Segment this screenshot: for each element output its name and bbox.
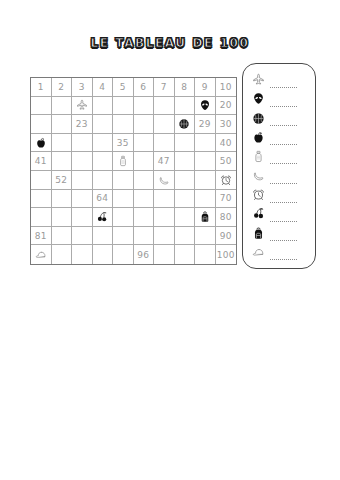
legend-item-alarm-clock: [252, 186, 311, 203]
cell-number: 64: [96, 193, 108, 203]
grid-cell-48: [175, 152, 196, 171]
grid-cell-7: 7: [154, 78, 175, 97]
cell-number: 47: [158, 156, 170, 166]
grid-cell-8: 8: [175, 78, 196, 97]
answer-blank-basketball[interactable]: [270, 116, 297, 126]
cell-number: 3: [79, 82, 85, 92]
grid-cell-51: [31, 171, 52, 190]
grid-cell-31: [31, 134, 52, 153]
grid-cell-6: 6: [134, 78, 155, 97]
legend-item-bottle: [252, 148, 311, 165]
grid-cell-18: [175, 97, 196, 116]
cell-number: 52: [55, 175, 67, 185]
legend-item-airplane: [252, 71, 311, 88]
grid-cell-60: [216, 171, 237, 190]
grid-cell-57: [154, 171, 175, 190]
grid-cell-61: [31, 190, 52, 209]
backpack-icon: [252, 227, 265, 240]
cell-number: 41: [35, 156, 47, 166]
grid-cell-2: 2: [52, 78, 73, 97]
backpack-icon: [199, 211, 211, 223]
grid-cell-77: [154, 208, 175, 227]
cell-number: 1: [38, 82, 44, 92]
grid-cell-62: [52, 190, 73, 209]
grid-cell-14: [93, 97, 114, 116]
legend-panel: [242, 63, 316, 269]
grid-cell-73: [72, 208, 93, 227]
answer-blank-bottle[interactable]: [270, 154, 297, 164]
grid-cell-100: 100: [216, 245, 237, 264]
grid-cell-36: [134, 134, 155, 153]
grid-cell-58: [175, 171, 196, 190]
cell-number: 20: [220, 100, 232, 110]
banana-icon: [252, 169, 265, 182]
banana-icon: [158, 174, 170, 186]
grid-cell-20: 20: [216, 97, 237, 116]
hundred-grid: 1234567891020232930354041475052647080819…: [30, 77, 237, 265]
grid-cell-52: 52: [52, 171, 73, 190]
grid-cell-5: 5: [113, 78, 134, 97]
answer-blank-cherries[interactable]: [270, 212, 297, 222]
grid-cell-97: [154, 245, 175, 264]
grid-cell-88: [175, 227, 196, 246]
grid-cell-69: [195, 190, 216, 209]
answer-blank-alien[interactable]: [270, 97, 297, 107]
grid-cell-76: [134, 208, 155, 227]
airplane-icon: [252, 73, 265, 86]
grid-cell-16: [134, 97, 155, 116]
cell-number: 6: [140, 82, 146, 92]
legend-item-cherries: [252, 205, 311, 222]
grid-cell-9: 9: [195, 78, 216, 97]
cherries-icon: [96, 211, 108, 223]
answer-blank-alarm-clock[interactable]: [270, 193, 297, 203]
cell-number: 30: [220, 119, 232, 129]
grid-cell-34: [93, 134, 114, 153]
cell-number: 23: [76, 119, 88, 129]
grid-cell-22: [52, 115, 73, 134]
grid-cell-11: [31, 97, 52, 116]
grid-cell-45: [113, 152, 134, 171]
grid-cell-83: [72, 227, 93, 246]
grid-cell-80: 80: [216, 208, 237, 227]
grid-cell-40: 40: [216, 134, 237, 153]
legend-item-cap: [252, 244, 311, 261]
legend-item-alien: [252, 90, 311, 107]
grid-cell-25: [113, 115, 134, 134]
grid-cell-59: [195, 171, 216, 190]
grid-cell-98: [175, 245, 196, 264]
cell-number: 90: [220, 231, 232, 241]
grid-cell-92: [52, 245, 73, 264]
grid-cell-46: [134, 152, 155, 171]
grid-cell-10: 10: [216, 78, 237, 97]
cell-number: 50: [220, 156, 232, 166]
grid-cell-63: [72, 190, 93, 209]
grid-cell-64: 64: [93, 190, 114, 209]
grid-cell-28: [175, 115, 196, 134]
cap-icon: [35, 249, 47, 261]
answer-blank-airplane[interactable]: [270, 78, 297, 88]
basketball-icon: [178, 118, 190, 130]
cell-number: 81: [35, 231, 47, 241]
grid-cell-81: 81: [31, 227, 52, 246]
page-title: LE TABLEAU DE 100: [0, 36, 340, 50]
grid-cell-4: 4: [93, 78, 114, 97]
grid-cell-39: [195, 134, 216, 153]
apple-icon: [35, 137, 47, 149]
grid-cell-32: [52, 134, 73, 153]
legend-item-apple: [252, 129, 311, 146]
grid-cell-93: [72, 245, 93, 264]
grid-cell-84: [93, 227, 114, 246]
cell-number: 10: [220, 82, 232, 92]
answer-blank-backpack[interactable]: [270, 231, 297, 241]
grid-cell-15: [113, 97, 134, 116]
grid-cell-66: [134, 190, 155, 209]
grid-cell-47: 47: [154, 152, 175, 171]
grid-cell-24: [93, 115, 114, 134]
grid-cell-29: 29: [195, 115, 216, 134]
grid-cell-79: [195, 208, 216, 227]
bottle-icon: [252, 150, 265, 163]
cell-number: 40: [220, 138, 232, 148]
grid-cell-74: [93, 208, 114, 227]
grid-cell-67: [154, 190, 175, 209]
grid-cell-87: [154, 227, 175, 246]
alien-icon: [199, 99, 211, 111]
grid-cell-26: [134, 115, 155, 134]
alarm-clock-icon: [252, 188, 265, 201]
grid-cell-85: [113, 227, 134, 246]
cap-icon: [252, 246, 265, 259]
grid-cell-75: [113, 208, 134, 227]
grid-cell-44: [93, 152, 114, 171]
answer-blank-banana[interactable]: [270, 174, 297, 184]
apple-icon: [252, 131, 265, 144]
grid-cell-50: 50: [216, 152, 237, 171]
legend-item-backpack: [252, 225, 311, 242]
cell-number: 29: [199, 119, 211, 129]
grid-cell-71: [31, 208, 52, 227]
grid-cell-17: [154, 97, 175, 116]
answer-blank-apple[interactable]: [270, 135, 297, 145]
grid-cell-68: [175, 190, 196, 209]
grid-cell-86: [134, 227, 155, 246]
cell-number: 35: [117, 138, 129, 148]
grid-cell-38: [175, 134, 196, 153]
cell-number: 100: [217, 250, 235, 260]
grid-cell-21: [31, 115, 52, 134]
grid-cell-96: 96: [134, 245, 155, 264]
cell-number: 70: [220, 193, 232, 203]
cell-number: 5: [120, 82, 126, 92]
grid-cell-42: [52, 152, 73, 171]
grid-cell-53: [72, 171, 93, 190]
grid-cell-90: 90: [216, 227, 237, 246]
airplane-icon: [76, 99, 88, 111]
grid-cell-23: 23: [72, 115, 93, 134]
grid-cell-94: [93, 245, 114, 264]
cherries-icon: [252, 207, 265, 220]
cell-number: 2: [58, 82, 64, 92]
grid-cell-43: [72, 152, 93, 171]
answer-blank-cap[interactable]: [270, 250, 297, 260]
grid-cell-27: [154, 115, 175, 134]
grid-cell-41: 41: [31, 152, 52, 171]
grid-cell-35: 35: [113, 134, 134, 153]
grid-cell-65: [113, 190, 134, 209]
grid-cell-72: [52, 208, 73, 227]
alien-icon: [252, 92, 265, 105]
grid-cell-56: [134, 171, 155, 190]
cell-number: 9: [202, 82, 208, 92]
bottle-icon: [117, 155, 129, 167]
grid-cell-55: [113, 171, 134, 190]
grid-cell-91: [31, 245, 52, 264]
grid-cell-13: [72, 97, 93, 116]
cell-number: 96: [137, 250, 149, 260]
grid-cell-1: 1: [31, 78, 52, 97]
legend-item-banana: [252, 167, 311, 184]
grid-cell-54: [93, 171, 114, 190]
grid-cell-19: [195, 97, 216, 116]
grid-cell-37: [154, 134, 175, 153]
grid-cell-30: 30: [216, 115, 237, 134]
grid-cell-95: [113, 245, 134, 264]
basketball-icon: [252, 112, 265, 125]
cell-number: 4: [99, 82, 105, 92]
grid-cell-12: [52, 97, 73, 116]
legend-item-basketball: [252, 110, 311, 127]
grid-cell-78: [175, 208, 196, 227]
cell-number: 7: [161, 82, 167, 92]
alarm-clock-icon: [220, 174, 232, 186]
cell-number: 80: [220, 212, 232, 222]
grid-cell-70: 70: [216, 190, 237, 209]
grid-cell-99: [195, 245, 216, 264]
grid-cell-3: 3: [72, 78, 93, 97]
grid-cell-33: [72, 134, 93, 153]
grid-cell-49: [195, 152, 216, 171]
grid-cell-82: [52, 227, 73, 246]
cell-number: 8: [181, 82, 187, 92]
grid-cell-89: [195, 227, 216, 246]
